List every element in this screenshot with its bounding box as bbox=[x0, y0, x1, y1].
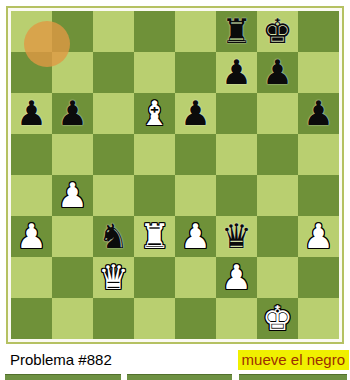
square-e3[interactable]: ♟ bbox=[175, 216, 216, 257]
square-b6[interactable]: ♟ bbox=[52, 93, 93, 134]
square-f6[interactable] bbox=[216, 93, 257, 134]
square-e4[interactable] bbox=[175, 175, 216, 216]
black-pawn-b6[interactable]: ♟ bbox=[52, 93, 93, 134]
square-e6[interactable]: ♟ bbox=[175, 93, 216, 134]
square-e8[interactable] bbox=[175, 11, 216, 52]
white-pawn-b4[interactable]: ♟ bbox=[52, 175, 93, 216]
square-b3[interactable] bbox=[52, 216, 93, 257]
square-f3[interactable]: ♛ bbox=[216, 216, 257, 257]
square-c6[interactable] bbox=[93, 93, 134, 134]
square-a6[interactable]: ♟ bbox=[11, 93, 52, 134]
square-c1[interactable] bbox=[93, 298, 134, 339]
square-h7[interactable] bbox=[298, 52, 339, 93]
square-f5[interactable] bbox=[216, 134, 257, 175]
square-h8[interactable] bbox=[298, 11, 339, 52]
square-f4[interactable] bbox=[216, 175, 257, 216]
square-f1[interactable] bbox=[216, 298, 257, 339]
square-b2[interactable] bbox=[52, 257, 93, 298]
square-f2[interactable]: ♟ bbox=[216, 257, 257, 298]
square-c5[interactable] bbox=[93, 134, 134, 175]
square-h2[interactable] bbox=[298, 257, 339, 298]
white-pawn-a3[interactable]: ♟ bbox=[11, 216, 52, 257]
square-h3[interactable]: ♟ bbox=[298, 216, 339, 257]
square-c7[interactable] bbox=[93, 52, 134, 93]
white-rook-d3[interactable]: ♜ bbox=[134, 216, 175, 257]
square-h4[interactable] bbox=[298, 175, 339, 216]
square-b4[interactable]: ♟ bbox=[52, 175, 93, 216]
square-e5[interactable] bbox=[175, 134, 216, 175]
black-knight-c3[interactable]: ♞ bbox=[93, 216, 134, 257]
square-c2[interactable]: ♛ bbox=[93, 257, 134, 298]
square-c4[interactable] bbox=[93, 175, 134, 216]
square-g1[interactable]: ♚ bbox=[257, 298, 298, 339]
square-d3[interactable]: ♜ bbox=[134, 216, 175, 257]
square-g2[interactable] bbox=[257, 257, 298, 298]
square-g8[interactable]: ♚ bbox=[257, 11, 298, 52]
turn-indicator: mueve el negro bbox=[238, 350, 349, 370]
square-g5[interactable] bbox=[257, 134, 298, 175]
white-pawn-e3[interactable]: ♟ bbox=[175, 216, 216, 257]
white-pawn-f2[interactable]: ♟ bbox=[216, 257, 257, 298]
bottom-bars bbox=[0, 374, 350, 380]
square-c8[interactable] bbox=[93, 11, 134, 52]
square-a4[interactable] bbox=[11, 175, 52, 216]
chess-board-frame: ♜♚♟♟♟♟♝♟♟♟♟♞♜♟♛♟♛♟♚ bbox=[6, 6, 344, 344]
black-pawn-g7[interactable]: ♟ bbox=[257, 52, 298, 93]
square-c3[interactable]: ♞ bbox=[93, 216, 134, 257]
bottom-bar-3 bbox=[239, 374, 347, 380]
square-g4[interactable] bbox=[257, 175, 298, 216]
square-h5[interactable] bbox=[298, 134, 339, 175]
black-pawn-f7[interactable]: ♟ bbox=[216, 52, 257, 93]
highlight-circle bbox=[24, 21, 70, 67]
black-pawn-h6[interactable]: ♟ bbox=[298, 93, 339, 134]
square-e7[interactable] bbox=[175, 52, 216, 93]
square-g6[interactable] bbox=[257, 93, 298, 134]
square-a1[interactable] bbox=[11, 298, 52, 339]
white-pawn-h3[interactable]: ♟ bbox=[298, 216, 339, 257]
square-d8[interactable] bbox=[134, 11, 175, 52]
square-d5[interactable] bbox=[134, 134, 175, 175]
square-e2[interactable] bbox=[175, 257, 216, 298]
square-b1[interactable] bbox=[52, 298, 93, 339]
square-d6[interactable]: ♝ bbox=[134, 93, 175, 134]
black-king-g8[interactable]: ♚ bbox=[257, 11, 298, 52]
square-g7[interactable]: ♟ bbox=[257, 52, 298, 93]
square-d4[interactable] bbox=[134, 175, 175, 216]
bottom-bar-1 bbox=[5, 374, 121, 380]
status-bar: Problema #882 mueve el negro bbox=[0, 349, 350, 371]
black-pawn-e6[interactable]: ♟ bbox=[175, 93, 216, 134]
square-e1[interactable] bbox=[175, 298, 216, 339]
black-rook-f8[interactable]: ♜ bbox=[216, 11, 257, 52]
square-h1[interactable] bbox=[298, 298, 339, 339]
bottom-bar-2 bbox=[127, 374, 232, 380]
square-a2[interactable] bbox=[11, 257, 52, 298]
square-h6[interactable]: ♟ bbox=[298, 93, 339, 134]
square-a5[interactable] bbox=[11, 134, 52, 175]
square-a3[interactable]: ♟ bbox=[11, 216, 52, 257]
square-f7[interactable]: ♟ bbox=[216, 52, 257, 93]
chess-board[interactable]: ♜♚♟♟♟♟♝♟♟♟♟♞♜♟♛♟♛♟♚ bbox=[11, 11, 339, 339]
problem-label: Problema #882 bbox=[10, 351, 112, 368]
black-queen-f3[interactable]: ♛ bbox=[216, 216, 257, 257]
square-d1[interactable] bbox=[134, 298, 175, 339]
white-king-g1[interactable]: ♚ bbox=[257, 298, 298, 339]
square-d7[interactable] bbox=[134, 52, 175, 93]
black-pawn-a6[interactable]: ♟ bbox=[11, 93, 52, 134]
square-b5[interactable] bbox=[52, 134, 93, 175]
square-g3[interactable] bbox=[257, 216, 298, 257]
white-queen-c2[interactable]: ♛ bbox=[93, 257, 134, 298]
square-f8[interactable]: ♜ bbox=[216, 11, 257, 52]
white-bishop-d6[interactable]: ♝ bbox=[134, 93, 175, 134]
square-d2[interactable] bbox=[134, 257, 175, 298]
